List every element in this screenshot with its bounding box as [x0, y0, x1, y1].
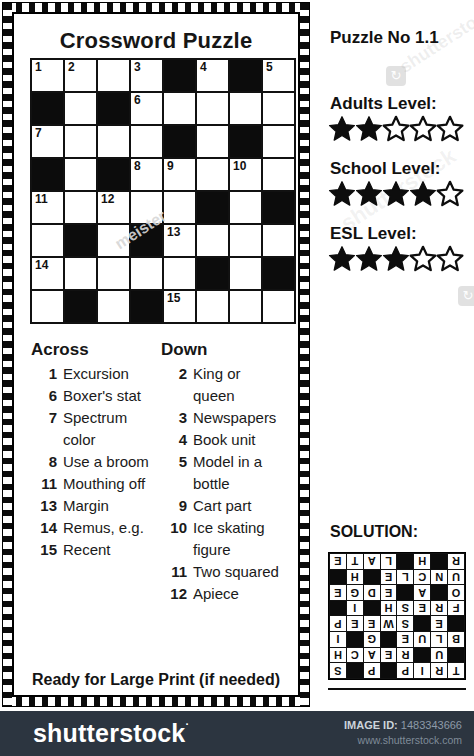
solution-letter-cell: E: [381, 570, 397, 585]
solution-letter-cell: E: [364, 617, 380, 632]
grid-cell[interactable]: [263, 93, 294, 124]
cell-number: 9: [167, 160, 174, 173]
grid-cell[interactable]: 15: [164, 291, 195, 322]
solution-letter-cell: E: [381, 585, 397, 600]
grid-cell[interactable]: [197, 93, 228, 124]
clue-text: Two squared: [193, 561, 279, 583]
clue-number: 11: [161, 561, 187, 583]
star-filled-icon: [328, 245, 356, 272]
solution-letter-cell: O: [448, 585, 464, 600]
solution-letter-cell: I: [330, 632, 346, 647]
block-cell: [98, 93, 129, 124]
clue-number: 5: [161, 451, 187, 495]
block-cell: [131, 291, 162, 322]
grid-cell[interactable]: 7: [32, 126, 63, 157]
cell-number: 11: [35, 193, 48, 206]
solution-block-cell: [347, 663, 363, 678]
solution-block-cell: [448, 648, 464, 663]
grid-cell[interactable]: 11: [32, 192, 63, 223]
solution-letter-cell: S: [398, 617, 414, 632]
grid-cell[interactable]: [98, 258, 129, 289]
solution-letter-cell: S: [398, 601, 414, 616]
puzzle-sheet: Crossword Puzzle 123456789101112131415 A…: [12, 12, 300, 697]
solution-block-cell: [414, 648, 430, 663]
grid-cell[interactable]: [263, 225, 294, 256]
clue-number: 2: [161, 363, 187, 407]
frame-border-right: [300, 3, 309, 706]
grid-cell[interactable]: 2: [65, 60, 96, 91]
grid-cell[interactable]: [98, 126, 129, 157]
school-level-stars: [328, 180, 470, 207]
clue-item: 3Newspapers: [161, 407, 299, 429]
grid-cell[interactable]: [263, 159, 294, 190]
solution-block-cell: [364, 601, 380, 616]
adults-level: Adults Level:: [330, 94, 470, 142]
solution-letter-cell: P: [330, 617, 346, 632]
solution-letter-cell: I: [347, 601, 363, 616]
solution-letter-cell: E: [398, 632, 414, 647]
clue-item: 11Two squared: [161, 561, 299, 583]
across-clue-list: 1Excursion6Boxer's stat7Spectrum color8U…: [31, 363, 161, 561]
clue-text: Use a broom: [63, 451, 149, 473]
school-level-label: School Level:: [330, 159, 470, 179]
page-title: Crossword Puzzle: [14, 28, 298, 54]
grid-cell[interactable]: [230, 225, 261, 256]
clue-item: 7Spectrum color: [31, 407, 161, 451]
star-empty-icon: [436, 245, 464, 272]
frame-border-top: [3, 3, 309, 12]
star-filled-icon: [328, 180, 356, 207]
grid-cell[interactable]: 12: [98, 192, 129, 223]
cell-number: 1: [35, 61, 42, 74]
clue-number: 13: [31, 495, 57, 517]
cell-number: 7: [35, 127, 42, 140]
grid-cell[interactable]: [197, 291, 228, 322]
clue-number: 12: [161, 583, 187, 605]
solution-letter-cell: A: [414, 585, 430, 600]
solution-letter-cell: L: [381, 554, 397, 569]
grid-cell[interactable]: [131, 192, 162, 223]
star-empty-icon: [436, 115, 464, 142]
grid-cell[interactable]: [263, 126, 294, 157]
grid-cell[interactable]: [32, 225, 63, 256]
clue-text: Remus, e.g.: [63, 517, 144, 539]
down-header: Down: [161, 340, 299, 360]
watermark-refresh-icon: ↻: [458, 286, 474, 306]
grid-cell[interactable]: [131, 126, 162, 157]
esl-level: ESL Level:: [330, 224, 470, 272]
solution-block-cell: [398, 554, 414, 569]
solution-block-cell: [381, 632, 397, 647]
large-print-note: Ready for Large Print (if needed): [14, 671, 298, 689]
solution-letter-cell: R: [448, 554, 464, 569]
solution-letter-cell: B: [448, 632, 464, 647]
image-id-value: 1483343666: [401, 719, 462, 731]
clue-text: Model in a bottle: [193, 451, 262, 495]
cell-number: 6: [134, 94, 141, 107]
solution-letter-cell: U: [448, 570, 464, 585]
solution-letter-cell: A: [364, 648, 380, 663]
grid-cell[interactable]: 6: [131, 93, 162, 124]
clue-text: Spectrum color: [63, 407, 127, 451]
grid-cell[interactable]: [131, 258, 162, 289]
esl-level-stars: [328, 245, 470, 272]
cell-number: 10: [233, 160, 246, 173]
star-filled-icon: [409, 180, 437, 207]
cell-number: 14: [35, 259, 48, 272]
solution-block-cell: [364, 570, 380, 585]
solution-underline: [328, 688, 466, 690]
clue-text: Apiece: [193, 583, 239, 605]
block-cell: [65, 225, 96, 256]
cell-number: 8: [134, 160, 141, 173]
clue-item: 13Margin: [31, 495, 161, 517]
grid-cell[interactable]: [164, 93, 195, 124]
grid-cell[interactable]: [98, 225, 129, 256]
puzzle-number: Puzzle No 1.1: [330, 28, 439, 48]
stock-image-page: shutterstock shutterstock shutterstock s…: [0, 0, 474, 756]
grid-cell[interactable]: 9: [164, 159, 195, 190]
solution-letter-cell: H: [330, 648, 346, 663]
star-filled-icon: [382, 245, 410, 272]
solution-letter-cell: W: [381, 617, 397, 632]
grid-cell[interactable]: [230, 258, 261, 289]
clue-item: 2King or queen: [161, 363, 299, 407]
clue-number: 4: [161, 429, 187, 451]
clue-text: King or queen: [193, 363, 241, 407]
solution-block-cell: [431, 585, 447, 600]
clue-item: 5Model in a bottle: [161, 451, 299, 495]
cell-number: 2: [68, 61, 75, 74]
solution-letter-cell: E: [431, 617, 447, 632]
clue-text: Recent: [63, 539, 111, 561]
checkered-frame: Crossword Puzzle 123456789101112131415 A…: [2, 2, 310, 707]
solution-letter-cell: P: [364, 663, 380, 678]
clue-number: 15: [31, 539, 57, 561]
grid-cell[interactable]: [98, 60, 129, 91]
solution-block-cell: [347, 632, 363, 647]
cell-number: 12: [101, 193, 114, 206]
clue-number: 6: [31, 385, 57, 407]
solution-letter-cell: E: [330, 585, 346, 600]
clue-item: 8Use a broom: [31, 451, 161, 473]
grid-cell[interactable]: [164, 192, 195, 223]
frame-border-left: [3, 3, 12, 706]
solution-block-cell: [431, 554, 447, 569]
star-filled-icon: [355, 180, 383, 207]
clue-number: 14: [31, 517, 57, 539]
star-empty-icon: [409, 115, 437, 142]
grid-cell[interactable]: [230, 93, 261, 124]
down-clues-section: Down 2King or queen3Newspapers4Book unit…: [161, 340, 299, 605]
solution-letter-cell: F: [448, 601, 464, 616]
school-level: School Level:: [330, 159, 470, 207]
grid-cell[interactable]: [197, 159, 228, 190]
solution-letter-cell: T: [448, 663, 464, 678]
clue-number: 1: [31, 363, 57, 385]
clue-item: 1Excursion: [31, 363, 161, 385]
clue-item: 11Mouthing off: [31, 473, 161, 495]
solution-letter-cell: L: [431, 632, 447, 647]
across-header: Across: [31, 340, 161, 360]
shutterstock-bar: shutterstock· IMAGE ID: 1483343666 www.s…: [0, 711, 474, 756]
grid-cell[interactable]: [65, 126, 96, 157]
cell-number: 15: [167, 292, 180, 305]
solution-letter-cell: R: [431, 601, 447, 616]
solution-letter-cell: G: [364, 632, 380, 647]
clue-number: 10: [161, 517, 187, 561]
solution-letter-cell: A: [364, 554, 380, 569]
down-clue-list: 2King or queen3Newspapers4Book unit5Mode…: [161, 363, 299, 605]
block-cell: [164, 60, 195, 91]
block-cell: [263, 192, 294, 223]
star-filled-icon: [355, 245, 383, 272]
grid-cell[interactable]: [263, 291, 294, 322]
grid-cell[interactable]: [197, 225, 228, 256]
solution-letter-cell: T: [347, 554, 363, 569]
shutterstock-logo: shutterstock·: [33, 719, 189, 748]
clue-item: 4Book unit: [161, 429, 299, 451]
solution-block-cell: [398, 585, 414, 600]
solution-letter-cell: N: [431, 570, 447, 585]
clue-item: 14Remus, e.g.: [31, 517, 161, 539]
solution-letter-cell: E: [414, 601, 430, 616]
solution-block-cell: [414, 617, 430, 632]
solution-letter-cell: H: [347, 570, 363, 585]
across-clues-section: Across 1Excursion6Boxer's stat7Spectrum …: [31, 340, 161, 561]
clue-number: 7: [31, 407, 57, 451]
clue-number: 11: [31, 473, 57, 495]
grid-cell[interactable]: [230, 192, 261, 223]
clue-text: Ice skating figure: [193, 517, 265, 561]
solution-grid-rotated: TRIPPSUREACHBLUEGIESWEEPFRESHIOAEDGEUNCL…: [328, 552, 466, 680]
grid-cell[interactable]: [98, 291, 129, 322]
solution-letter-cell: R: [431, 663, 447, 678]
block-cell: [197, 258, 228, 289]
grid-cell[interactable]: [65, 258, 96, 289]
solution-letter-cell: R: [398, 648, 414, 663]
star-empty-icon: [436, 180, 464, 207]
star-empty-icon: [409, 245, 437, 272]
star-filled-icon: [328, 115, 356, 142]
cell-number: 3: [134, 61, 141, 74]
solution-letter-cell: E: [381, 648, 397, 663]
logo-mark: ·: [185, 718, 189, 730]
grid-cell[interactable]: 5: [263, 60, 294, 91]
solution-letter-cell: H: [381, 601, 397, 616]
solution-letter-cell: I: [414, 663, 430, 678]
block-cell: [65, 291, 96, 322]
image-id-label: IMAGE ID:: [344, 719, 398, 731]
grid-cell[interactable]: [230, 291, 261, 322]
solution-letter-cell: D: [364, 585, 380, 600]
clue-text: Boxer's stat: [63, 385, 141, 407]
grid-cell[interactable]: [65, 93, 96, 124]
adults-level-label: Adults Level:: [330, 94, 470, 114]
grid-cell[interactable]: [65, 192, 96, 223]
grid-cell[interactable]: 10: [230, 159, 261, 190]
grid-cell[interactable]: 4: [197, 60, 228, 91]
clue-text: Excursion: [63, 363, 129, 385]
clue-text: Margin: [63, 495, 109, 517]
grid-cell[interactable]: 8: [131, 159, 162, 190]
star-filled-icon: [355, 115, 383, 142]
cell-number: 5: [266, 61, 273, 74]
clue-item: 15Recent: [31, 539, 161, 561]
solution-letter-cell: S: [330, 663, 346, 678]
solution-block-cell: [330, 601, 346, 616]
solution-letter-cell: U: [414, 632, 430, 647]
grid-cell[interactable]: 3: [131, 60, 162, 91]
star-filled-icon: [382, 180, 410, 207]
solution-block-cell: [448, 617, 464, 632]
shutterstock-url: www.shutterstock.com: [344, 734, 462, 746]
solution-letter-cell: U: [431, 648, 447, 663]
grid-cell[interactable]: [32, 291, 63, 322]
clue-text: Cart part: [193, 495, 251, 517]
solution-letter-cell: P: [398, 663, 414, 678]
solution-letter-cell: L: [398, 570, 414, 585]
clue-number: 9: [161, 495, 187, 517]
clue-item: 6Boxer's stat: [31, 385, 161, 407]
solution-letter-cell: C: [414, 570, 430, 585]
solution-header: SOLUTION:: [330, 523, 418, 541]
clue-number: 8: [31, 451, 57, 473]
solution-block-cell: [330, 570, 346, 585]
grid-cell[interactable]: 13: [164, 225, 195, 256]
block-cell: [230, 126, 261, 157]
clue-item: 9Cart part: [161, 495, 299, 517]
grid-cell[interactable]: [65, 159, 96, 190]
solution-letter-cell: C: [347, 648, 363, 663]
watermark-refresh-icon: ↻: [386, 66, 406, 86]
grid-cell[interactable]: 1: [32, 60, 63, 91]
adults-level-stars: [328, 115, 470, 142]
block-cell: [98, 159, 129, 190]
block-cell: [263, 258, 294, 289]
star-empty-icon: [382, 115, 410, 142]
block-cell: [32, 159, 63, 190]
esl-level-label: ESL Level:: [330, 224, 470, 244]
clue-item: 10Ice skating figure: [161, 517, 299, 561]
clue-text: Book unit: [193, 429, 256, 451]
solution-block-cell: [381, 663, 397, 678]
grid-cell[interactable]: 14: [32, 258, 63, 289]
block-cell: [32, 93, 63, 124]
image-id-block: IMAGE ID: 1483343666 www.shutterstock.co…: [344, 719, 462, 746]
solution-letter-cell: E: [330, 554, 346, 569]
grid-cell[interactable]: [164, 258, 195, 289]
cell-number: 13: [167, 226, 180, 239]
clue-text: Newspapers: [193, 407, 276, 429]
block-cell: [197, 192, 228, 223]
solution-letter-cell: H: [414, 554, 430, 569]
frame-border-bottom: [3, 697, 309, 706]
solution-letter-cell: G: [347, 585, 363, 600]
solution-letter-cell: E: [347, 617, 363, 632]
block-cell: [131, 225, 162, 256]
grid-cell[interactable]: [197, 126, 228, 157]
clue-number: 3: [161, 407, 187, 429]
crossword-grid: 123456789101112131415: [30, 58, 296, 324]
clue-text: Mouthing off: [63, 473, 145, 495]
block-cell: [164, 126, 195, 157]
block-cell: [230, 60, 261, 91]
cell-number: 4: [200, 61, 207, 74]
clue-item: 12Apiece: [161, 583, 299, 605]
